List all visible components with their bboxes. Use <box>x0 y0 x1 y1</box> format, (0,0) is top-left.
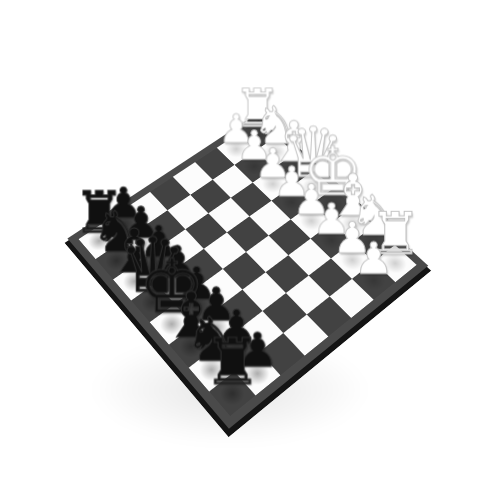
scene-3d: ♜♞♝♛♚♝♞♜♟♟♟♟♟♟♟♟♟♟♟♟♟♟♟♟♜♞♝♛♚♝♞♜ <box>0 0 480 480</box>
black-rook[interactable]: ♜ <box>204 330 261 394</box>
piece-anchor-h2: ♟ <box>352 262 395 300</box>
piece-anchor-h8: ♜ <box>209 372 256 417</box>
chessboard: ♜♞♝♛♚♝♞♜♟♟♟♟♟♟♟♟♟♟♟♟♟♟♟♟♜♞♝♛♚♝♞♜ <box>67 112 428 429</box>
render-canvas: ♜♞♝♛♚♝♞♜♟♟♟♟♟♟♟♟♟♟♟♟♟♟♟♟♜♞♝♛♚♝♞♜ <box>0 0 480 480</box>
white-pawn[interactable]: ♟ <box>354 237 393 281</box>
pieces-layer: ♜♞♝♛♚♝♞♜♟♟♟♟♟♟♟♟♟♟♟♟♟♟♟♟♜♞♝♛♚♝♞♜ <box>78 120 416 416</box>
